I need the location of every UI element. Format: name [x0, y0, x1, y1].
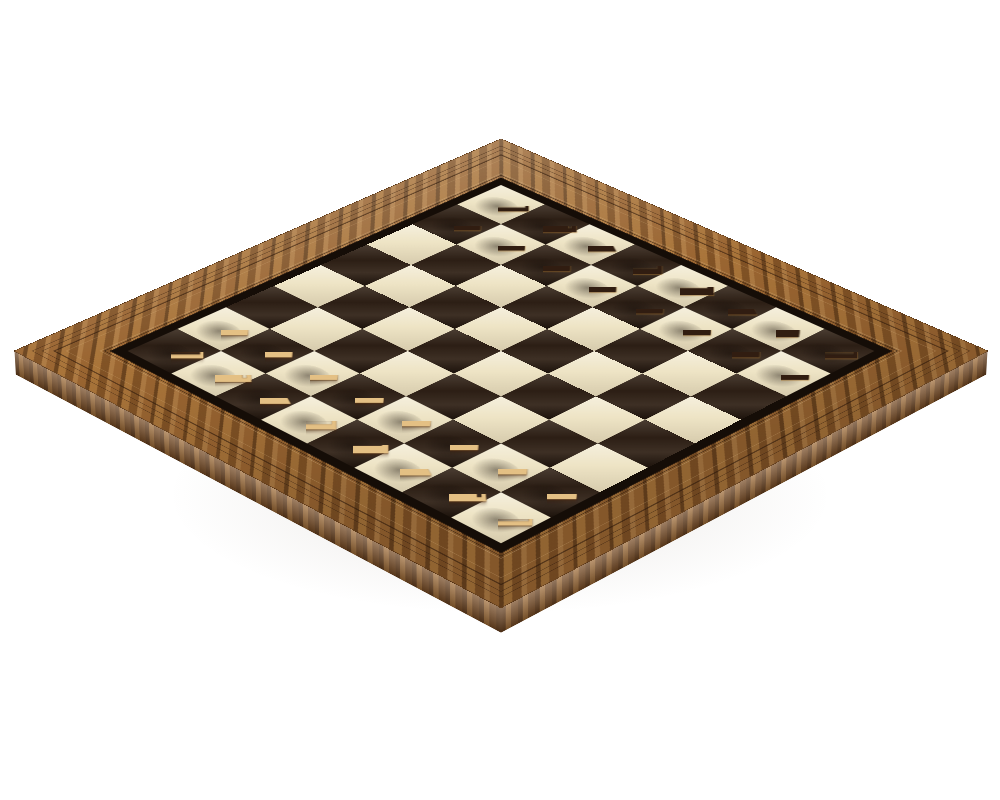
black-pawn-h7[interactable]: ♟ — [671, 286, 892, 397]
scene: ♜♞♝♛♚♝♞♜♟♟♟♟♟♟♟♟♟♟♟♟♟♟♟♟♜♞♝♛♚♝♞♜ — [0, 0, 1000, 800]
square-h1[interactable]: ♜ — [451, 492, 551, 543]
